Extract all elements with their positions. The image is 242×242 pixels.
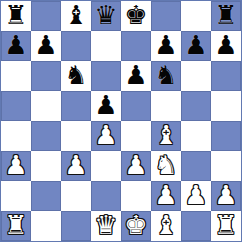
square-f6[interactable]: ♞ — [151, 61, 181, 91]
piece-white-pawn: ♟ — [64, 152, 87, 178]
square-a4[interactable] — [1, 121, 31, 151]
square-d4[interactable]: ♟ — [91, 121, 121, 151]
square-g2[interactable]: ♟ — [181, 181, 211, 211]
square-b3[interactable] — [31, 151, 61, 181]
square-e2[interactable] — [121, 181, 151, 211]
square-c1[interactable] — [61, 211, 91, 241]
square-d8[interactable]: ♛ — [91, 1, 121, 31]
square-g7[interactable]: ♟ — [181, 31, 211, 61]
piece-white-pawn: ♟ — [184, 182, 207, 208]
square-b5[interactable] — [31, 91, 61, 121]
square-c8[interactable]: ♝ — [61, 1, 91, 31]
square-h1[interactable]: ♜ — [211, 211, 241, 241]
square-c2[interactable] — [61, 181, 91, 211]
square-a8[interactable]: ♜ — [1, 1, 31, 31]
square-d6[interactable] — [91, 61, 121, 91]
square-a3[interactable]: ♟ — [1, 151, 31, 181]
square-c3[interactable]: ♟ — [61, 151, 91, 181]
piece-black-queen: ♛ — [94, 2, 117, 28]
chess-board-container: ♜♝♛♚♜♟♟♟♟♟♞♟♞♟♟♝♟♟♟♞♟♟♟♜♛♚♝♜ — [0, 0, 242, 242]
piece-black-pawn: ♟ — [214, 32, 237, 58]
square-g8[interactable] — [181, 1, 211, 31]
square-c4[interactable] — [61, 121, 91, 151]
square-a1[interactable]: ♜ — [1, 211, 31, 241]
square-c6[interactable]: ♞ — [61, 61, 91, 91]
square-f3[interactable]: ♞ — [151, 151, 181, 181]
piece-black-pawn: ♟ — [124, 62, 147, 88]
square-d2[interactable] — [91, 181, 121, 211]
square-d5[interactable]: ♟ — [91, 91, 121, 121]
square-h3[interactable] — [211, 151, 241, 181]
square-h4[interactable] — [211, 121, 241, 151]
piece-white-bishop: ♝ — [154, 122, 177, 148]
piece-black-king: ♚ — [124, 2, 147, 28]
piece-black-bishop: ♝ — [64, 2, 87, 28]
piece-white-pawn: ♟ — [124, 152, 147, 178]
square-b1[interactable] — [31, 211, 61, 241]
piece-black-pawn: ♟ — [154, 32, 177, 58]
square-a6[interactable] — [1, 61, 31, 91]
piece-black-pawn: ♟ — [184, 32, 207, 58]
square-f8[interactable] — [151, 1, 181, 31]
square-e8[interactable]: ♚ — [121, 1, 151, 31]
piece-white-rook: ♜ — [214, 212, 237, 238]
square-c5[interactable] — [61, 91, 91, 121]
square-e7[interactable] — [121, 31, 151, 61]
square-h6[interactable] — [211, 61, 241, 91]
piece-white-pawn: ♟ — [214, 182, 237, 208]
square-g5[interactable] — [181, 91, 211, 121]
square-a5[interactable] — [1, 91, 31, 121]
piece-black-pawn: ♟ — [4, 32, 27, 58]
square-c7[interactable] — [61, 31, 91, 61]
square-h5[interactable] — [211, 91, 241, 121]
square-f5[interactable] — [151, 91, 181, 121]
square-a2[interactable] — [1, 181, 31, 211]
square-h7[interactable]: ♟ — [211, 31, 241, 61]
piece-white-king: ♚ — [124, 212, 147, 238]
square-f2[interactable]: ♟ — [151, 181, 181, 211]
square-g3[interactable] — [181, 151, 211, 181]
square-e1[interactable]: ♚ — [121, 211, 151, 241]
piece-black-rook: ♜ — [214, 2, 237, 28]
square-b2[interactable] — [31, 181, 61, 211]
square-b7[interactable]: ♟ — [31, 31, 61, 61]
chess-board: ♜♝♛♚♜♟♟♟♟♟♞♟♞♟♟♝♟♟♟♞♟♟♟♜♛♚♝♜ — [0, 0, 242, 242]
piece-black-pawn: ♟ — [34, 32, 57, 58]
square-g1[interactable] — [181, 211, 211, 241]
square-h2[interactable]: ♟ — [211, 181, 241, 211]
piece-black-rook: ♜ — [4, 2, 27, 28]
piece-white-pawn: ♟ — [154, 182, 177, 208]
piece-white-pawn: ♟ — [94, 122, 117, 148]
piece-white-pawn: ♟ — [4, 152, 27, 178]
square-b8[interactable] — [31, 1, 61, 31]
square-f4[interactable]: ♝ — [151, 121, 181, 151]
piece-black-knight: ♞ — [64, 62, 87, 88]
piece-white-queen: ♛ — [94, 212, 117, 238]
square-b6[interactable] — [31, 61, 61, 91]
square-d7[interactable] — [91, 31, 121, 61]
piece-white-rook: ♜ — [4, 212, 27, 238]
square-a7[interactable]: ♟ — [1, 31, 31, 61]
square-e4[interactable] — [121, 121, 151, 151]
piece-black-knight: ♞ — [154, 62, 177, 88]
square-e5[interactable] — [121, 91, 151, 121]
square-g6[interactable] — [181, 61, 211, 91]
square-g4[interactable] — [181, 121, 211, 151]
square-e6[interactable]: ♟ — [121, 61, 151, 91]
piece-white-knight: ♞ — [154, 152, 177, 178]
square-f1[interactable]: ♝ — [151, 211, 181, 241]
piece-black-pawn: ♟ — [94, 92, 117, 118]
square-f7[interactable]: ♟ — [151, 31, 181, 61]
square-h8[interactable]: ♜ — [211, 1, 241, 31]
square-e3[interactable]: ♟ — [121, 151, 151, 181]
square-d1[interactable]: ♛ — [91, 211, 121, 241]
piece-white-bishop: ♝ — [154, 212, 177, 238]
square-b4[interactable] — [31, 121, 61, 151]
square-d3[interactable] — [91, 151, 121, 181]
